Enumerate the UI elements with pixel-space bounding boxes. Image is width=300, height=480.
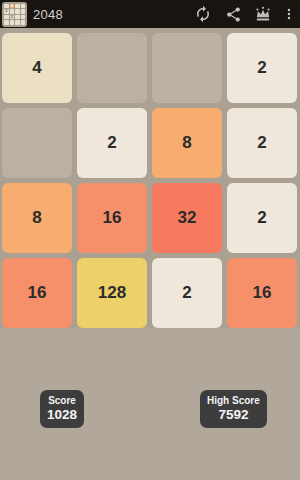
app-icon-mini-cell: 4 (10, 4, 15, 9)
empty-cell (2, 108, 72, 178)
tile-16: 16 (77, 183, 147, 253)
high-score-badge: High Score 7592 (200, 390, 267, 428)
app-icon-mini-cell (10, 20, 15, 25)
app-logo-2048-icon: 422 (2, 2, 27, 27)
app-title: 2048 (33, 7, 63, 22)
app-icon-mini-cell (4, 20, 9, 25)
tile-2: 2 (77, 108, 147, 178)
tile-8: 8 (2, 183, 72, 253)
app-icon-mini-cell: 2 (10, 15, 15, 20)
app-bar: 422 2048 (0, 0, 300, 28)
app-icon-mini-cell (21, 9, 26, 14)
app-icon-mini-cell (21, 4, 26, 9)
empty-cell (152, 33, 222, 103)
app-icon-mini-cell (15, 15, 20, 20)
score-label: Score (47, 394, 77, 407)
app-icon-mini-cell (15, 9, 20, 14)
app-bar-actions (188, 0, 300, 28)
tile-16: 16 (2, 258, 72, 328)
app-icon-mini-cell (21, 20, 26, 25)
tile-16: 16 (227, 258, 297, 328)
app-icon-mini-cell (15, 20, 20, 25)
screen: 422 2048 (0, 0, 300, 480)
app-icon-mini-cell (4, 15, 9, 20)
tile-2: 2 (227, 108, 297, 178)
board[interactable]: 4228281632216128216 (0, 28, 300, 328)
overflow-menu-icon[interactable] (278, 0, 300, 28)
score-badge: Score 1028 (40, 390, 84, 428)
app-icon-mini-cell (10, 9, 15, 14)
tile-128: 128 (77, 258, 147, 328)
empty-cell (77, 33, 147, 103)
tile-2: 2 (152, 258, 222, 328)
high-score-value: 7592 (207, 407, 260, 423)
tile-2: 2 (227, 33, 297, 103)
tile-2: 2 (227, 183, 297, 253)
refresh-icon[interactable] (188, 0, 218, 28)
app-icon-mini-cell (15, 4, 20, 9)
score-value: 1028 (47, 407, 77, 423)
app-icon-mini-cell (21, 15, 26, 20)
crown-icon[interactable] (248, 0, 278, 28)
high-score-label: High Score (207, 394, 260, 407)
app-icon-mini-cell: 2 (4, 9, 9, 14)
tile-8: 8 (152, 108, 222, 178)
tile-4: 4 (2, 33, 72, 103)
tile-32: 32 (152, 183, 222, 253)
share-icon[interactable] (218, 0, 248, 28)
